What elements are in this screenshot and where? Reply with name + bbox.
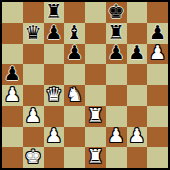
square-a4[interactable]: ♟ — [2, 85, 23, 106]
piece-white-pawn[interactable]: ♟ — [108, 126, 125, 145]
square-e3[interactable]: ♜ — [85, 106, 106, 127]
square-d4[interactable]: ♞ — [64, 85, 85, 106]
square-e5[interactable] — [85, 64, 106, 85]
piece-white-pawn[interactable]: ♟ — [45, 126, 62, 145]
square-a5[interactable]: ♟ — [2, 64, 23, 85]
square-h5[interactable] — [147, 64, 168, 85]
piece-white-pawn[interactable]: ♟ — [25, 106, 42, 125]
square-d6[interactable]: ♟ — [64, 44, 85, 65]
piece-black-queen[interactable]: ♛ — [25, 23, 42, 42]
square-e1[interactable]: ♜ — [85, 147, 106, 168]
square-f2[interactable]: ♟ — [106, 127, 127, 148]
piece-white-knight[interactable]: ♞ — [66, 85, 83, 104]
square-a6[interactable] — [2, 44, 23, 65]
square-a2[interactable] — [2, 127, 23, 148]
piece-black-rook[interactable]: ♜ — [108, 23, 125, 42]
square-c4[interactable]: ♛ — [44, 85, 65, 106]
square-d5[interactable] — [64, 64, 85, 85]
piece-white-pawn[interactable]: ♟ — [149, 43, 166, 62]
square-c6[interactable] — [44, 44, 65, 65]
square-b3[interactable]: ♟ — [23, 106, 44, 127]
square-e6[interactable] — [85, 44, 106, 65]
square-g8[interactable] — [127, 2, 148, 23]
square-b7[interactable]: ♛ — [23, 23, 44, 44]
square-c5[interactable] — [44, 64, 65, 85]
square-f3[interactable] — [106, 106, 127, 127]
square-a1[interactable] — [2, 147, 23, 168]
square-c2[interactable]: ♟ — [44, 127, 65, 148]
piece-white-pawn[interactable]: ♟ — [4, 85, 21, 104]
square-e7[interactable] — [85, 23, 106, 44]
square-h3[interactable] — [147, 106, 168, 127]
square-g1[interactable] — [127, 147, 148, 168]
piece-black-rook[interactable]: ♜ — [45, 2, 62, 21]
square-c3[interactable] — [44, 106, 65, 127]
square-a7[interactable] — [2, 23, 23, 44]
square-e2[interactable] — [85, 127, 106, 148]
square-b5[interactable] — [23, 64, 44, 85]
square-g3[interactable] — [127, 106, 148, 127]
square-d1[interactable] — [64, 147, 85, 168]
square-e4[interactable] — [85, 85, 106, 106]
piece-black-bishop[interactable]: ♝ — [66, 23, 83, 42]
chess-app: ♜♚♛♟♝♜♟♟♟♟♟♟♟♛♞♟♜♟♟♟♚♜ — [0, 0, 170, 170]
square-a8[interactable] — [2, 2, 23, 23]
square-g6[interactable]: ♟ — [127, 44, 148, 65]
square-g5[interactable] — [127, 64, 148, 85]
chess-board: ♜♚♛♟♝♜♟♟♟♟♟♟♟♛♞♟♜♟♟♟♚♜ — [0, 0, 170, 170]
piece-white-rook[interactable]: ♜ — [87, 106, 104, 125]
square-e8[interactable] — [85, 2, 106, 23]
square-g2[interactable]: ♟ — [127, 127, 148, 148]
square-h7[interactable]: ♟ — [147, 23, 168, 44]
square-d3[interactable] — [64, 106, 85, 127]
piece-black-pawn[interactable]: ♟ — [149, 23, 166, 42]
piece-white-king[interactable]: ♚ — [25, 147, 42, 166]
piece-black-pawn[interactable]: ♟ — [4, 64, 21, 83]
square-d7[interactable]: ♝ — [64, 23, 85, 44]
square-d8[interactable] — [64, 2, 85, 23]
square-b8[interactable] — [23, 2, 44, 23]
square-g4[interactable] — [127, 85, 148, 106]
piece-black-pawn[interactable]: ♟ — [128, 43, 145, 62]
piece-black-pawn[interactable]: ♟ — [108, 43, 125, 62]
square-h4[interactable] — [147, 85, 168, 106]
piece-white-queen[interactable]: ♛ — [45, 85, 62, 104]
square-f6[interactable]: ♟ — [106, 44, 127, 65]
square-f4[interactable] — [106, 85, 127, 106]
square-f1[interactable] — [106, 147, 127, 168]
square-h1[interactable] — [147, 147, 168, 168]
square-b6[interactable] — [23, 44, 44, 65]
piece-white-pawn[interactable]: ♟ — [128, 126, 145, 145]
square-b2[interactable] — [23, 127, 44, 148]
square-f7[interactable]: ♜ — [106, 23, 127, 44]
square-a3[interactable] — [2, 106, 23, 127]
square-f5[interactable] — [106, 64, 127, 85]
square-h6[interactable]: ♟ — [147, 44, 168, 65]
square-c8[interactable]: ♜ — [44, 2, 65, 23]
square-b1[interactable]: ♚ — [23, 147, 44, 168]
piece-black-pawn[interactable]: ♟ — [45, 23, 62, 42]
square-h8[interactable] — [147, 2, 168, 23]
piece-black-pawn[interactable]: ♟ — [66, 43, 83, 62]
square-h2[interactable] — [147, 127, 168, 148]
square-c7[interactable]: ♟ — [44, 23, 65, 44]
square-d2[interactable] — [64, 127, 85, 148]
square-c1[interactable] — [44, 147, 65, 168]
square-b4[interactable] — [23, 85, 44, 106]
piece-white-rook[interactable]: ♜ — [87, 147, 104, 166]
piece-black-king[interactable]: ♚ — [108, 2, 125, 21]
square-f8[interactable]: ♚ — [106, 2, 127, 23]
square-g7[interactable] — [127, 23, 148, 44]
